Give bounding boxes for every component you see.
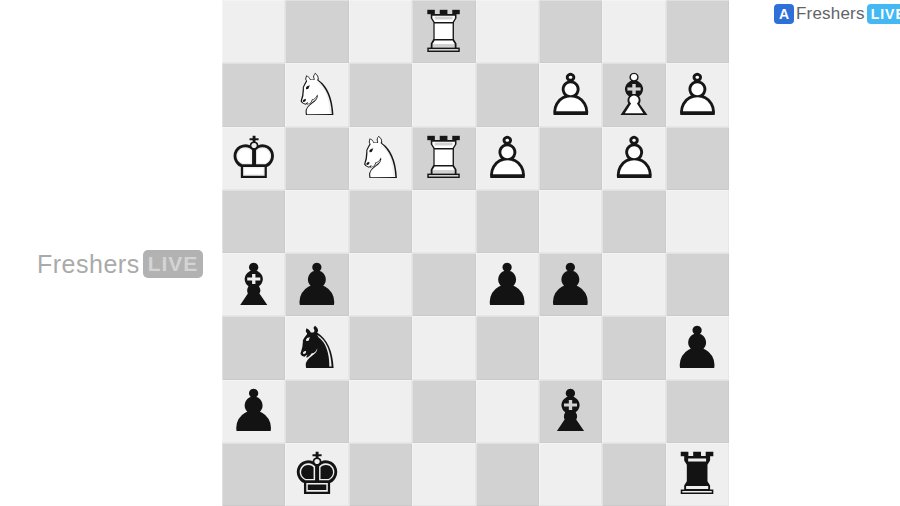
piece-wK: ♚♔ xyxy=(222,127,285,190)
square-r2c1[interactable] xyxy=(222,63,285,126)
square-r7c7[interactable] xyxy=(602,380,665,443)
square-r4c7[interactable] xyxy=(602,190,665,253)
square-r7c8[interactable] xyxy=(666,380,729,443)
piece-bB: ♝ xyxy=(222,253,285,316)
square-r6c5[interactable] xyxy=(476,316,539,379)
piece-wN: ♞♘ xyxy=(349,127,412,190)
piece-bP: ♟ xyxy=(666,316,729,379)
square-r6c2[interactable]: ♞ xyxy=(285,316,348,379)
fresherslive-logo[interactable]: A Freshers LIVE xyxy=(774,3,900,25)
square-r4c1[interactable] xyxy=(222,190,285,253)
square-r8c1[interactable] xyxy=(222,443,285,506)
square-r7c2[interactable] xyxy=(285,380,348,443)
square-r6c6[interactable] xyxy=(539,316,602,379)
square-r7c5[interactable] xyxy=(476,380,539,443)
square-r3c5[interactable]: ♟♙ xyxy=(476,127,539,190)
watermark-live-badge: LIVE xyxy=(143,250,204,278)
square-r2c5[interactable] xyxy=(476,63,539,126)
square-r4c8[interactable] xyxy=(666,190,729,253)
piece-wP: ♟♙ xyxy=(539,63,602,126)
piece-bB: ♝ xyxy=(539,380,602,443)
logo-live-badge: LIVE xyxy=(867,4,900,24)
chess-board: ♜♖♞♘♟♙♝♗♟♙♚♔♞♘♜♖♟♙♟♙♝♟♟♟♞♟♟♝♚♜ xyxy=(222,0,729,506)
piece-wP: ♟♙ xyxy=(602,127,665,190)
square-r6c8[interactable]: ♟ xyxy=(666,316,729,379)
piece-wP: ♟♙ xyxy=(666,63,729,126)
square-r2c7[interactable]: ♝♗ xyxy=(602,63,665,126)
square-r5c2[interactable]: ♟ xyxy=(285,253,348,316)
piece-bP: ♟ xyxy=(476,253,539,316)
square-r8c2[interactable]: ♚ xyxy=(285,443,348,506)
square-r5c4[interactable] xyxy=(412,253,475,316)
square-r2c2[interactable]: ♞♘ xyxy=(285,63,348,126)
square-r8c8[interactable]: ♜ xyxy=(666,443,729,506)
square-r2c8[interactable]: ♟♙ xyxy=(666,63,729,126)
square-r5c1[interactable]: ♝ xyxy=(222,253,285,316)
piece-wR: ♜♖ xyxy=(412,127,475,190)
square-r1c5[interactable] xyxy=(476,0,539,63)
watermark: Freshers LIVE xyxy=(37,249,203,279)
square-r7c3[interactable] xyxy=(349,380,412,443)
square-r7c1[interactable]: ♟ xyxy=(222,380,285,443)
square-r4c6[interactable] xyxy=(539,190,602,253)
square-r3c8[interactable] xyxy=(666,127,729,190)
square-r8c6[interactable] xyxy=(539,443,602,506)
square-r5c8[interactable] xyxy=(666,253,729,316)
square-r1c1[interactable] xyxy=(222,0,285,63)
piece-bR: ♜ xyxy=(666,443,729,506)
square-r8c3[interactable] xyxy=(349,443,412,506)
square-r8c5[interactable] xyxy=(476,443,539,506)
square-r7c6[interactable]: ♝ xyxy=(539,380,602,443)
square-r1c7[interactable] xyxy=(602,0,665,63)
watermark-text: Freshers xyxy=(37,250,140,279)
square-r3c6[interactable] xyxy=(539,127,602,190)
square-r6c4[interactable] xyxy=(412,316,475,379)
square-r2c3[interactable] xyxy=(349,63,412,126)
square-r3c1[interactable]: ♚♔ xyxy=(222,127,285,190)
square-r1c3[interactable] xyxy=(349,0,412,63)
square-r4c2[interactable] xyxy=(285,190,348,253)
square-r4c4[interactable] xyxy=(412,190,475,253)
piece-wN: ♞♘ xyxy=(285,63,348,126)
piece-bP: ♟ xyxy=(222,380,285,443)
square-r3c4[interactable]: ♜♖ xyxy=(412,127,475,190)
square-r5c5[interactable]: ♟ xyxy=(476,253,539,316)
piece-bN: ♞ xyxy=(285,316,348,379)
square-r3c2[interactable] xyxy=(285,127,348,190)
square-r5c3[interactable] xyxy=(349,253,412,316)
square-r3c3[interactable]: ♞♘ xyxy=(349,127,412,190)
piece-bK: ♚ xyxy=(285,443,348,506)
logo-text: Freshers xyxy=(796,4,865,24)
fresherslive-icon: A xyxy=(774,4,794,24)
square-r5c7[interactable] xyxy=(602,253,665,316)
square-r1c4[interactable]: ♜♖ xyxy=(412,0,475,63)
square-r8c7[interactable] xyxy=(602,443,665,506)
piece-bP: ♟ xyxy=(539,253,602,316)
square-r1c2[interactable] xyxy=(285,0,348,63)
square-r2c6[interactable]: ♟♙ xyxy=(539,63,602,126)
square-r7c4[interactable] xyxy=(412,380,475,443)
piece-bP: ♟ xyxy=(285,253,348,316)
square-r6c3[interactable] xyxy=(349,316,412,379)
square-r1c8[interactable] xyxy=(666,0,729,63)
square-r5c6[interactable]: ♟ xyxy=(539,253,602,316)
piece-wR: ♜♖ xyxy=(412,0,475,63)
square-r8c4[interactable] xyxy=(412,443,475,506)
square-r2c4[interactable] xyxy=(412,63,475,126)
square-r6c7[interactable] xyxy=(602,316,665,379)
piece-wB: ♝♗ xyxy=(602,63,665,126)
square-r4c5[interactable] xyxy=(476,190,539,253)
square-r1c6[interactable] xyxy=(539,0,602,63)
square-r6c1[interactable] xyxy=(222,316,285,379)
piece-wP: ♟♙ xyxy=(476,127,539,190)
square-r3c7[interactable]: ♟♙ xyxy=(602,127,665,190)
square-r4c3[interactable] xyxy=(349,190,412,253)
